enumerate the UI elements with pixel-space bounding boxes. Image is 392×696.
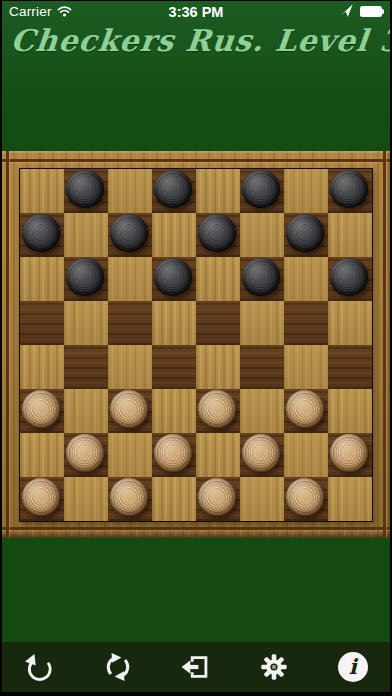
screen-edge-top [0,0,392,1]
undo-icon [22,650,56,684]
info-icon: i [338,652,368,682]
white-man[interactable] [330,434,368,472]
square-a8 [20,169,64,213]
square-g7[interactable] [284,213,328,257]
square-g1[interactable] [284,477,328,521]
board-frame [0,151,392,538]
black-man[interactable] [110,214,148,252]
square-c5[interactable] [108,301,152,345]
black-man[interactable] [154,258,192,296]
square-f8[interactable] [240,169,284,213]
square-b1 [64,477,108,521]
white-man[interactable] [198,478,236,516]
square-d1 [152,477,196,521]
square-d3 [152,389,196,433]
white-man[interactable] [110,478,148,516]
white-man[interactable] [286,390,324,428]
white-man[interactable] [198,390,236,428]
white-man[interactable] [22,390,60,428]
location-arrow-icon [340,3,353,21]
square-d4[interactable] [152,345,196,389]
square-c1[interactable] [108,477,152,521]
square-c8 [108,169,152,213]
square-c4 [108,345,152,389]
square-d2[interactable] [152,433,196,477]
square-d5 [152,301,196,345]
square-b3 [64,389,108,433]
square-f2[interactable] [240,433,284,477]
square-f1 [240,477,284,521]
status-left: Carrier [9,1,72,22]
square-h1 [328,477,372,521]
frame-groove-right [383,151,386,538]
square-e8 [196,169,240,213]
black-man[interactable] [66,170,104,208]
square-a3[interactable] [20,389,64,433]
square-d7 [152,213,196,257]
frame-groove-left [6,151,9,538]
page-title: Checkers Rus. Level 3 [9,23,392,58]
black-man[interactable] [198,214,236,252]
square-e4 [196,345,240,389]
square-c2 [108,433,152,477]
white-man[interactable] [66,434,104,472]
info-button[interactable]: i [321,642,385,692]
battery-icon [360,6,384,17]
square-f3 [240,389,284,433]
square-e3[interactable] [196,389,240,433]
square-a2 [20,433,64,477]
refresh-icon [101,650,135,684]
square-b8[interactable] [64,169,108,213]
exit-icon [179,650,213,684]
square-h3 [328,389,372,433]
square-b5 [64,301,108,345]
square-d8[interactable] [152,169,196,213]
square-a5[interactable] [20,301,64,345]
square-h8[interactable] [328,169,372,213]
square-h6[interactable] [328,257,372,301]
restart-button[interactable] [86,642,150,692]
white-man[interactable] [110,390,148,428]
screen-edge-left [0,0,2,696]
square-d6[interactable] [152,257,196,301]
square-g2 [284,433,328,477]
square-f6[interactable] [240,257,284,301]
white-man[interactable] [154,434,192,472]
square-b4[interactable] [64,345,108,389]
screen-edge-bottom [0,692,392,696]
square-g5[interactable] [284,301,328,345]
square-b7 [64,213,108,257]
white-man[interactable] [242,434,280,472]
black-man[interactable] [330,170,368,208]
status-right [340,1,384,22]
white-man[interactable] [286,478,324,516]
status-bar: Carrier 3:36 PM [0,1,392,22]
square-g6 [284,257,328,301]
black-man[interactable] [242,258,280,296]
square-a7[interactable] [20,213,64,257]
frame-groove-top [0,159,392,162]
square-e6 [196,257,240,301]
settings-button[interactable] [242,642,306,692]
square-h5 [328,301,372,345]
square-g3[interactable] [284,389,328,433]
square-g8 [284,169,328,213]
clock-time: 3:36 PM [169,1,224,22]
square-g4 [284,345,328,389]
bottom-toolbar: i [0,642,392,692]
board-grid [19,168,373,522]
black-man[interactable] [242,170,280,208]
white-man[interactable] [22,478,60,516]
square-f5 [240,301,284,345]
square-c7[interactable] [108,213,152,257]
square-b2[interactable] [64,433,108,477]
square-e7[interactable] [196,213,240,257]
wifi-icon [57,3,72,21]
square-h7 [328,213,372,257]
square-c6 [108,257,152,301]
gear-icon [257,650,291,684]
black-man[interactable] [330,258,368,296]
black-man[interactable] [154,170,192,208]
square-h4[interactable] [328,345,372,389]
frame-groove-bottom [0,527,392,530]
square-e1[interactable] [196,477,240,521]
black-man[interactable] [286,214,324,252]
square-h2[interactable] [328,433,372,477]
app-screen: Carrier 3:36 PM Checkers Rus. Level 3 [0,0,392,696]
exit-button[interactable] [164,642,228,692]
square-e2 [196,433,240,477]
undo-button[interactable] [7,642,71,692]
square-a6 [20,257,64,301]
square-a4 [20,345,64,389]
square-c3[interactable] [108,389,152,433]
square-b6[interactable] [64,257,108,301]
black-man[interactable] [22,214,60,252]
square-a1[interactable] [20,477,64,521]
black-man[interactable] [66,258,104,296]
square-f4[interactable] [240,345,284,389]
square-f7 [240,213,284,257]
square-e5[interactable] [196,301,240,345]
carrier-label: Carrier [9,4,52,19]
